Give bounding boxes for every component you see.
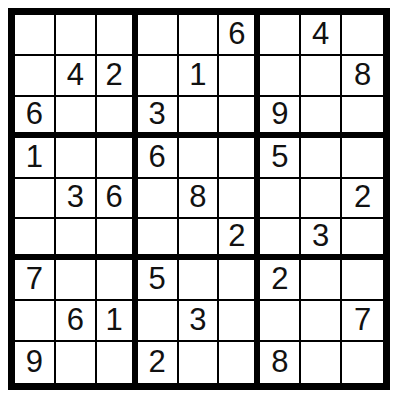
cell-r8c7[interactable] [260, 301, 301, 342]
cell-r8c5[interactable]: 3 [179, 301, 220, 342]
cell-r8c8[interactable] [301, 301, 342, 342]
cell-r1c1[interactable] [15, 15, 56, 56]
cell-r2c4[interactable] [138, 56, 179, 97]
cell-r1c6[interactable]: 6 [219, 15, 260, 56]
cell-r7c6[interactable] [219, 260, 260, 301]
cell-r4c9[interactable] [342, 138, 383, 179]
cell-r6c1[interactable] [15, 219, 56, 260]
cell-r9c8[interactable] [301, 342, 342, 383]
cell-r9c2[interactable] [56, 342, 97, 383]
cell-r7c1[interactable]: 7 [15, 260, 56, 301]
cell-r7c4[interactable]: 5 [138, 260, 179, 301]
cell-r2c1[interactable] [15, 56, 56, 97]
cell-r5c9[interactable]: 2 [342, 179, 383, 220]
cell-r9c5[interactable] [179, 342, 220, 383]
cell-r4c6[interactable] [219, 138, 260, 179]
sudoku-page: 6442186391653682237526137928 [0, 0, 401, 401]
cell-r1c8[interactable]: 4 [301, 15, 342, 56]
cell-r6c2[interactable] [56, 219, 97, 260]
cell-r1c5[interactable] [179, 15, 220, 56]
cell-r9c1[interactable]: 9 [15, 342, 56, 383]
cell-r9c7[interactable]: 8 [260, 342, 301, 383]
cell-r8c9[interactable]: 7 [342, 301, 383, 342]
cell-r5c1[interactable] [15, 179, 56, 220]
cell-r8c3[interactable]: 1 [97, 301, 138, 342]
cell-r5c7[interactable] [260, 179, 301, 220]
sudoku-board: 6442186391653682237526137928 [8, 8, 390, 390]
cell-r6c5[interactable] [179, 219, 220, 260]
cell-r7c2[interactable] [56, 260, 97, 301]
cell-r1c4[interactable] [138, 15, 179, 56]
cell-r6c6[interactable]: 2 [219, 219, 260, 260]
cell-r5c8[interactable] [301, 179, 342, 220]
cell-r1c3[interactable] [97, 15, 138, 56]
cell-r2c8[interactable] [301, 56, 342, 97]
cell-r3c2[interactable] [56, 97, 97, 138]
cell-r4c5[interactable] [179, 138, 220, 179]
cell-r4c1[interactable]: 1 [15, 138, 56, 179]
cell-r1c9[interactable] [342, 15, 383, 56]
cell-r3c4[interactable]: 3 [138, 97, 179, 138]
cell-r2c6[interactable] [219, 56, 260, 97]
cell-r7c5[interactable] [179, 260, 220, 301]
cell-r4c7[interactable]: 5 [260, 138, 301, 179]
cell-r4c3[interactable] [97, 138, 138, 179]
cell-r5c3[interactable]: 6 [97, 179, 138, 220]
cell-r7c8[interactable] [301, 260, 342, 301]
cell-r2c7[interactable] [260, 56, 301, 97]
cell-r9c4[interactable]: 2 [138, 342, 179, 383]
cell-r7c3[interactable] [97, 260, 138, 301]
cell-r6c9[interactable] [342, 219, 383, 260]
cell-r6c3[interactable] [97, 219, 138, 260]
cell-r4c2[interactable] [56, 138, 97, 179]
cell-r3c1[interactable]: 6 [15, 97, 56, 138]
cell-r5c6[interactable] [219, 179, 260, 220]
cell-r4c4[interactable]: 6 [138, 138, 179, 179]
cell-r2c2[interactable]: 4 [56, 56, 97, 97]
cell-r8c4[interactable] [138, 301, 179, 342]
cell-r3c6[interactable] [219, 97, 260, 138]
cell-r8c6[interactable] [219, 301, 260, 342]
cell-r8c2[interactable]: 6 [56, 301, 97, 342]
cell-r9c3[interactable] [97, 342, 138, 383]
cell-r3c8[interactable] [301, 97, 342, 138]
cell-r6c8[interactable]: 3 [301, 219, 342, 260]
cell-r3c7[interactable]: 9 [260, 97, 301, 138]
cell-r5c4[interactable] [138, 179, 179, 220]
cell-r9c6[interactable] [219, 342, 260, 383]
cell-r9c9[interactable] [342, 342, 383, 383]
cell-r5c2[interactable]: 3 [56, 179, 97, 220]
cell-r2c9[interactable]: 8 [342, 56, 383, 97]
cell-r2c5[interactable]: 1 [179, 56, 220, 97]
cell-r3c9[interactable] [342, 97, 383, 138]
cell-r2c3[interactable]: 2 [97, 56, 138, 97]
cell-r7c7[interactable]: 2 [260, 260, 301, 301]
cell-r1c7[interactable] [260, 15, 301, 56]
cell-r6c4[interactable] [138, 219, 179, 260]
cell-r8c1[interactable] [15, 301, 56, 342]
cell-r3c3[interactable] [97, 97, 138, 138]
cell-r7c9[interactable] [342, 260, 383, 301]
cell-r5c5[interactable]: 8 [179, 179, 220, 220]
cell-r6c7[interactable] [260, 219, 301, 260]
cell-r1c2[interactable] [56, 15, 97, 56]
cell-r4c8[interactable] [301, 138, 342, 179]
cell-r3c5[interactable] [179, 97, 220, 138]
